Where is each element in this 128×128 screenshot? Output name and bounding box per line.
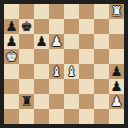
chess-screenshot: ♜♟♚♟♟♟♚♝♝♟♟♜♟ — [0, 0, 128, 128]
square-b3[interactable] — [19, 79, 34, 94]
square-g6[interactable] — [94, 34, 109, 49]
square-g4[interactable] — [94, 64, 109, 79]
square-a1[interactable] — [4, 109, 19, 124]
square-b8[interactable] — [19, 4, 34, 19]
square-g7[interactable] — [94, 19, 109, 34]
square-b1[interactable] — [19, 109, 34, 124]
square-f8[interactable] — [79, 4, 94, 19]
square-c2[interactable] — [34, 94, 49, 109]
square-c6[interactable]: ♟ — [34, 34, 49, 49]
black-pawn: ♟ — [5, 34, 17, 49]
square-f4[interactable] — [79, 64, 94, 79]
square-a7[interactable]: ♟ — [4, 19, 19, 34]
black-king: ♚ — [20, 19, 32, 34]
square-d6[interactable]: ♟ — [49, 34, 64, 49]
square-h1[interactable] — [109, 109, 124, 124]
square-g3[interactable] — [94, 79, 109, 94]
square-g8[interactable] — [94, 4, 109, 19]
square-d2[interactable] — [49, 94, 64, 109]
square-d8[interactable] — [49, 4, 64, 19]
square-b6[interactable] — [19, 34, 34, 49]
white-bishop: ♝ — [50, 64, 62, 79]
white-king: ♚ — [5, 49, 17, 64]
black-pawn: ♟ — [35, 34, 47, 49]
black-rook: ♜ — [20, 94, 32, 109]
square-f1[interactable] — [79, 109, 94, 124]
white-pawn: ♟ — [50, 34, 62, 49]
square-b5[interactable] — [19, 49, 34, 64]
square-b4[interactable] — [19, 64, 34, 79]
square-f6[interactable] — [79, 34, 94, 49]
black-pawn: ♟ — [110, 79, 122, 94]
square-f5[interactable] — [79, 49, 94, 64]
square-a2[interactable] — [4, 94, 19, 109]
square-a4[interactable] — [4, 64, 19, 79]
square-d5[interactable] — [49, 49, 64, 64]
square-c1[interactable] — [34, 109, 49, 124]
square-e7[interactable] — [64, 19, 79, 34]
chess-board: ♜♟♚♟♟♟♚♝♝♟♟♜♟ — [4, 4, 124, 124]
square-h8[interactable]: ♜ — [109, 4, 124, 19]
square-c8[interactable] — [34, 4, 49, 19]
square-a8[interactable] — [4, 4, 19, 19]
square-g5[interactable] — [94, 49, 109, 64]
square-d3[interactable] — [49, 79, 64, 94]
white-pawn: ♟ — [110, 94, 122, 109]
square-e2[interactable] — [64, 94, 79, 109]
white-rook: ♜ — [110, 4, 122, 19]
square-a5[interactable]: ♚ — [4, 49, 19, 64]
square-e3[interactable] — [64, 79, 79, 94]
square-e6[interactable] — [64, 34, 79, 49]
square-e8[interactable] — [64, 4, 79, 19]
black-pawn: ♟ — [5, 19, 17, 34]
square-h5[interactable] — [109, 49, 124, 64]
square-e1[interactable] — [64, 109, 79, 124]
square-d7[interactable] — [49, 19, 64, 34]
square-c5[interactable] — [34, 49, 49, 64]
square-f3[interactable] — [79, 79, 94, 94]
square-c3[interactable] — [34, 79, 49, 94]
square-e5[interactable] — [64, 49, 79, 64]
square-g1[interactable] — [94, 109, 109, 124]
square-d1[interactable] — [49, 109, 64, 124]
square-c4[interactable] — [34, 64, 49, 79]
square-b7[interactable]: ♚ — [19, 19, 34, 34]
square-c7[interactable] — [34, 19, 49, 34]
square-h4[interactable]: ♟ — [109, 64, 124, 79]
square-f2[interactable] — [79, 94, 94, 109]
white-bishop: ♝ — [65, 64, 77, 79]
square-g2[interactable] — [94, 94, 109, 109]
square-a6[interactable]: ♟ — [4, 34, 19, 49]
square-h6[interactable] — [109, 34, 124, 49]
square-h2[interactable]: ♟ — [109, 94, 124, 109]
square-d4[interactable]: ♝ — [49, 64, 64, 79]
square-e4[interactable]: ♝ — [64, 64, 79, 79]
square-h3[interactable]: ♟ — [109, 79, 124, 94]
square-b2[interactable]: ♜ — [19, 94, 34, 109]
square-a3[interactable] — [4, 79, 19, 94]
square-f7[interactable] — [79, 19, 94, 34]
black-pawn: ♟ — [110, 64, 122, 79]
square-h7[interactable] — [109, 19, 124, 34]
